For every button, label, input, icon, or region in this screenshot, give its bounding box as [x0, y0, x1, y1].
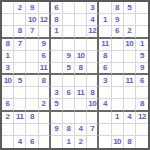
given-digit: 9: [66, 52, 70, 60]
cell-r7c9[interactable]: 3: [99, 75, 111, 87]
cell-r8c5[interactable]: 3: [51, 87, 63, 99]
cell-r2c5[interactable]: 8: [51, 14, 63, 26]
cell-r9c6[interactable]: [63, 99, 75, 111]
given-digit: 4: [127, 113, 131, 121]
given-digit: 4: [18, 138, 22, 146]
cell-r10c11[interactable]: 4: [124, 112, 136, 124]
given-digit: 2: [42, 100, 46, 108]
given-digit: 8: [42, 77, 46, 85]
cell-r7c10[interactable]: [112, 75, 124, 87]
given-digit: 5: [140, 52, 144, 60]
cell-r2c9[interactable]: 1: [99, 14, 111, 26]
cell-r8c4[interactable]: [39, 87, 51, 99]
cell-r10c3[interactable]: 8: [26, 112, 38, 124]
given-digit: 6: [30, 138, 34, 146]
cell-r6c10[interactable]: [112, 63, 124, 75]
given-digit: 6: [66, 89, 70, 97]
cell-r8c2[interactable]: [14, 87, 26, 99]
cell-r1c6[interactable]: [63, 2, 75, 14]
cell-r2c1[interactable]: [2, 14, 14, 26]
cell-r12c11[interactable]: 8: [124, 136, 136, 148]
cell-r4c7[interactable]: [75, 39, 87, 51]
cell-r6c2[interactable]: [14, 63, 26, 75]
given-digit: 9: [140, 64, 144, 72]
cell-r11c5[interactable]: 9: [51, 124, 63, 136]
cell-r3c10[interactable]: 6: [112, 26, 124, 38]
cell-r4c9[interactable]: 11: [99, 39, 111, 51]
cell-r10c12[interactable]: 12: [136, 112, 148, 124]
given-digit: 5: [66, 64, 70, 72]
cell-r12c5[interactable]: [51, 136, 63, 148]
given-digit: 10: [125, 40, 133, 48]
cell-r1c8[interactable]: 3: [87, 2, 99, 14]
cell-r4c10[interactable]: [112, 39, 124, 51]
given-digit: 1: [6, 52, 10, 60]
given-digit: 12: [138, 113, 146, 121]
given-digit: 9: [42, 40, 46, 48]
cell-r9c2[interactable]: [14, 99, 26, 111]
cell-r8c12[interactable]: [136, 87, 148, 99]
cell-r5c10[interactable]: [112, 51, 124, 63]
given-digit: 11: [126, 77, 133, 85]
cell-r6c11[interactable]: [124, 63, 136, 75]
given-digit: 3: [103, 77, 107, 85]
cell-r10c7[interactable]: [75, 112, 87, 124]
cell-r2c7[interactable]: [75, 14, 87, 26]
cell-r5c8[interactable]: [87, 51, 99, 63]
cell-r7c11[interactable]: 11: [124, 75, 136, 87]
cell-r8c6[interactable]: 6: [63, 87, 75, 99]
cell-r4c3[interactable]: [26, 39, 38, 51]
cell-r7c3[interactable]: [26, 75, 38, 87]
cell-r6c4[interactable]: 11: [39, 63, 51, 75]
cell-r3c3[interactable]: 7: [26, 26, 38, 38]
cell-r6c8[interactable]: [87, 63, 99, 75]
given-digit: 8: [140, 100, 144, 108]
cell-r9c8[interactable]: 10: [87, 99, 99, 111]
given-digit: 5: [54, 100, 58, 108]
cell-r11c11[interactable]: [124, 124, 136, 136]
given-digit: 9: [30, 4, 34, 12]
given-digit: 11: [77, 89, 84, 97]
cell-r12c12[interactable]: [136, 136, 148, 148]
cell-r12c10[interactable]: 10: [112, 136, 124, 148]
cell-r4c12[interactable]: 1: [136, 39, 148, 51]
cell-r9c11[interactable]: [124, 99, 136, 111]
given-digit: 2: [18, 4, 22, 12]
cell-r12c8[interactable]: [87, 136, 99, 148]
given-digit: 5: [127, 4, 131, 12]
cell-r10c1[interactable]: 2: [2, 112, 14, 124]
cell-r3c11[interactable]: 2: [124, 26, 136, 38]
cell-r8c9[interactable]: [99, 87, 111, 99]
cell-r7c6[interactable]: [63, 75, 75, 87]
cell-r11c10[interactable]: [112, 124, 124, 136]
cell-r4c5[interactable]: [51, 39, 63, 51]
given-digit: 12: [88, 27, 96, 35]
cell-r5c7[interactable]: 10: [75, 51, 87, 63]
cell-r2c11[interactable]: [124, 14, 136, 26]
given-digit: 8: [6, 40, 10, 48]
given-digit: 4: [90, 16, 94, 24]
cell-r12c7[interactable]: 2: [75, 136, 87, 148]
cell-r10c6[interactable]: [63, 112, 75, 124]
cell-r1c9[interactable]: [99, 2, 111, 14]
cell-r1c3[interactable]: 9: [26, 2, 38, 14]
cell-r5c3[interactable]: [26, 51, 38, 63]
given-digit: 10: [77, 52, 85, 60]
cell-r12c3[interactable]: 6: [26, 136, 38, 148]
cell-r5c11[interactable]: [124, 51, 136, 63]
cell-r1c1[interactable]: [2, 2, 14, 14]
cell-r1c11[interactable]: 5: [124, 2, 136, 14]
cell-r11c2[interactable]: [14, 124, 26, 136]
given-digit: 9: [54, 125, 58, 133]
cell-r2c10[interactable]: 9: [112, 14, 124, 26]
given-digit: 4: [79, 125, 83, 133]
cell-r5c4[interactable]: 6: [39, 51, 51, 63]
given-digit: 1: [140, 40, 144, 48]
cell-r11c1[interactable]: [2, 124, 14, 136]
cell-r10c4[interactable]: [39, 112, 51, 124]
cell-r1c4[interactable]: [39, 2, 51, 14]
given-digit: 2: [79, 138, 83, 146]
cell-r10c8[interactable]: [87, 112, 99, 124]
cell-r12c1[interactable]: [2, 136, 14, 148]
cell-r9c3[interactable]: [26, 99, 38, 111]
cell-r8c11[interactable]: [124, 87, 136, 99]
given-digit: 3: [54, 89, 58, 97]
given-digit: 10: [88, 100, 96, 108]
given-digit: 6: [54, 4, 58, 12]
given-digit: 8: [115, 4, 119, 12]
cell-r5c6[interactable]: 9: [63, 51, 75, 63]
cell-r4c2[interactable]: 7: [14, 39, 26, 51]
cell-r4c1[interactable]: 8: [2, 39, 14, 51]
given-digit: 8: [127, 138, 131, 146]
cell-r6c5[interactable]: [51, 63, 63, 75]
cell-r7c2[interactable]: 5: [14, 75, 26, 87]
cell-r8c7[interactable]: 11: [75, 87, 87, 99]
cell-r12c9[interactable]: [99, 136, 111, 148]
cell-r3c12[interactable]: [136, 26, 148, 38]
cell-r3c6[interactable]: [63, 26, 75, 38]
cell-r9c5[interactable]: 5: [51, 99, 63, 111]
cell-r6c6[interactable]: 5: [63, 63, 75, 75]
given-digit: 8: [79, 64, 83, 72]
given-digit: 2: [6, 113, 10, 121]
cell-r3c4[interactable]: [39, 26, 51, 38]
given-digit: 8: [18, 27, 22, 35]
cell-r2c12[interactable]: [136, 14, 148, 26]
given-digit: 8: [103, 52, 107, 60]
given-digit: 6: [115, 27, 119, 35]
cell-r8c8[interactable]: 8: [87, 87, 99, 99]
given-digit: 6: [42, 52, 46, 60]
sudoku-board: 2963851012841987112628791110116910853115…: [0, 0, 150, 150]
given-digit: 1: [103, 16, 107, 24]
given-digit: 10: [113, 138, 121, 146]
cell-r6c3[interactable]: [26, 63, 38, 75]
cell-r10c10[interactable]: 1: [112, 112, 124, 124]
cell-r7c12[interactable]: 6: [136, 75, 148, 87]
given-digit: 8: [90, 89, 94, 97]
given-digit: 5: [18, 77, 22, 85]
given-digit: 10: [4, 77, 12, 85]
cell-r2c8[interactable]: 4: [87, 14, 99, 26]
cell-r11c4[interactable]: [39, 124, 51, 136]
cell-r12c4[interactable]: [39, 136, 51, 148]
given-digit: 12: [40, 16, 48, 24]
cell-r1c7[interactable]: [75, 2, 87, 14]
cell-r11c12[interactable]: [136, 124, 148, 136]
cell-r11c6[interactable]: 8: [63, 124, 75, 136]
cell-r11c7[interactable]: 4: [75, 124, 87, 136]
cell-r3c8[interactable]: 12: [87, 26, 99, 38]
cell-r9c4[interactable]: 2: [39, 99, 51, 111]
given-digit: 2: [127, 27, 131, 35]
cell-r6c1[interactable]: 3: [2, 63, 14, 75]
given-digit: 4: [103, 100, 107, 108]
given-digit: 9: [115, 16, 119, 24]
cell-r3c9[interactable]: [99, 26, 111, 38]
given-digit: 11: [101, 40, 108, 48]
cell-r7c8[interactable]: [87, 75, 99, 87]
cell-r8c10[interactable]: [112, 87, 124, 99]
cell-r11c8[interactable]: 7: [87, 124, 99, 136]
cell-r5c2[interactable]: [14, 51, 26, 63]
given-digit: 11: [40, 64, 47, 72]
cell-r9c7[interactable]: [75, 99, 87, 111]
cell-r12c2[interactable]: 4: [14, 136, 26, 148]
given-digit: 6: [140, 77, 144, 85]
cell-r1c5[interactable]: 6: [51, 2, 63, 14]
cell-r5c1[interactable]: 1: [2, 51, 14, 63]
cell-r5c12[interactable]: 5: [136, 51, 148, 63]
cell-r1c12[interactable]: [136, 2, 148, 14]
given-digit: 8: [66, 125, 70, 133]
cell-r3c5[interactable]: 1: [51, 26, 63, 38]
given-digit: 10: [28, 16, 36, 24]
cell-r4c11[interactable]: 10: [124, 39, 136, 51]
cell-r6c9[interactable]: 6: [99, 63, 111, 75]
cell-r2c2[interactable]: [14, 14, 26, 26]
cell-r11c3[interactable]: [26, 124, 38, 136]
cell-r3c7[interactable]: [75, 26, 87, 38]
given-digit: 6: [103, 64, 107, 72]
given-digit: 8: [54, 16, 58, 24]
given-digit: 1: [54, 27, 58, 35]
cell-r5c9[interactable]: 8: [99, 51, 111, 63]
cell-r10c5[interactable]: [51, 112, 63, 124]
cell-r9c12[interactable]: 8: [136, 99, 148, 111]
cell-r4c8[interactable]: [87, 39, 99, 51]
given-digit: 1: [115, 113, 119, 121]
given-digit: 1: [66, 138, 70, 146]
cell-r9c9[interactable]: 4: [99, 99, 111, 111]
cell-r3c1[interactable]: [2, 26, 14, 38]
sudoku-app: 2963851012841987112628791110116910853115…: [0, 0, 150, 150]
cell-r12c6[interactable]: 1: [63, 136, 75, 148]
given-digit: 11: [16, 113, 23, 121]
given-digit: 7: [18, 40, 22, 48]
cell-r7c5[interactable]: [51, 75, 63, 87]
given-digit: 7: [90, 125, 94, 133]
cell-r1c2[interactable]: 2: [14, 2, 26, 14]
given-digit: 6: [6, 100, 10, 108]
cell-r2c3[interactable]: 10: [26, 14, 38, 26]
given-digit: 3: [90, 4, 94, 12]
cell-r7c1[interactable]: 10: [2, 75, 14, 87]
given-digit: 3: [6, 64, 10, 72]
cell-r9c1[interactable]: 6: [2, 99, 14, 111]
cell-r6c12[interactable]: 9: [136, 63, 148, 75]
cell-r11c9[interactable]: [99, 124, 111, 136]
cell-r8c1[interactable]: [2, 87, 14, 99]
given-digit: 8: [30, 113, 34, 121]
cell-r4c6[interactable]: [63, 39, 75, 51]
cell-r9c10[interactable]: [112, 99, 124, 111]
cell-r7c4[interactable]: 8: [39, 75, 51, 87]
cell-r10c2[interactable]: 11: [14, 112, 26, 124]
cell-r4c4[interactable]: 9: [39, 39, 51, 51]
cell-r2c6[interactable]: [63, 14, 75, 26]
cell-r8c3[interactable]: [26, 87, 38, 99]
cell-r1c10[interactable]: 8: [112, 2, 124, 14]
cell-r6c7[interactable]: 8: [75, 63, 87, 75]
cell-r10c9[interactable]: [99, 112, 111, 124]
cell-r5c5[interactable]: [51, 51, 63, 63]
cell-r2c4[interactable]: 12: [39, 14, 51, 26]
cell-r7c7[interactable]: [75, 75, 87, 87]
given-digit: 7: [30, 27, 34, 35]
cell-r3c2[interactable]: 8: [14, 26, 26, 38]
